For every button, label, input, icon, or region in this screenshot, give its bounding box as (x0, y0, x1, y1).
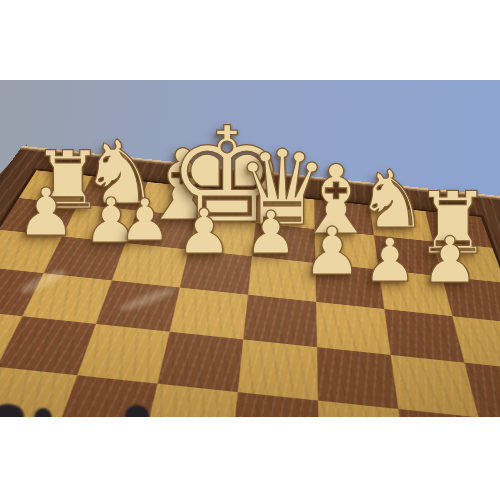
pawn-glyph: ♟ (245, 203, 298, 262)
square-d4[interactable] (243, 295, 317, 347)
pawn-glyph: ♟ (176, 201, 232, 263)
pawn-glyph: ♟ (119, 191, 171, 249)
square-d5[interactable] (238, 339, 318, 400)
photo-canvas: ♜♞♝♚♛♝♞♜♟♟♟♟♟♟♟♟ (0, 0, 500, 500)
white-margin-top (0, 0, 500, 80)
white-margin-bottom (0, 417, 500, 500)
pawn-glyph: ♟ (302, 219, 361, 285)
pawn-glyph: ♟ (16, 180, 75, 246)
square-c5[interactable] (317, 347, 398, 409)
square-e5[interactable] (158, 332, 244, 392)
square-f4[interactable] (96, 280, 180, 331)
pawn-glyph: ♟ (363, 230, 417, 290)
chessboard-photo: ♜♞♝♚♛♝♞♜♟♟♟♟♟♟♟♟ (0, 80, 500, 417)
square-c4[interactable] (316, 302, 391, 355)
pawn-glyph: ♟ (421, 228, 478, 292)
square-e4[interactable] (170, 288, 248, 340)
